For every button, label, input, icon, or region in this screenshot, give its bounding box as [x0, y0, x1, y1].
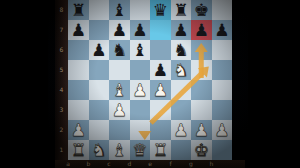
black-rook-f8[interactable]: ♜ [171, 0, 192, 20]
square-h2[interactable]: ♟ [212, 120, 233, 140]
white-bishop-c4[interactable]: ♝ [109, 80, 130, 100]
file-label-g: g [186, 161, 196, 167]
white-rook-a1[interactable]: ♜ [68, 140, 89, 160]
square-g6[interactable] [191, 40, 212, 60]
square-g2[interactable]: ♟ [191, 120, 212, 140]
file-label-f: f [166, 161, 176, 167]
rank-label-5: 5 [55, 67, 68, 73]
square-a6[interactable] [68, 40, 89, 60]
square-h4[interactable] [212, 80, 233, 100]
square-c1[interactable]: ♝ [109, 140, 130, 160]
chess-board: ♜♝♛♜♚♟♟♟♟♟♟♟♞♝♞♟♞♝♟♟♟♟♟♟♟♜♞♝♛♜♚ [68, 0, 232, 160]
white-knight-f5[interactable]: ♞ [171, 60, 192, 80]
black-pawn-d7[interactable]: ♟ [130, 20, 151, 40]
square-c6[interactable]: ♞ [109, 40, 130, 60]
square-e8[interactable]: ♛ [150, 0, 171, 20]
white-pawn-f2[interactable]: ♟ [171, 120, 192, 140]
square-f3[interactable] [171, 100, 192, 120]
square-d5[interactable] [130, 60, 151, 80]
square-e2[interactable] [150, 120, 171, 140]
black-rook-a8[interactable]: ♜ [68, 0, 89, 20]
square-c3[interactable]: ♟ [109, 100, 130, 120]
square-e3[interactable] [150, 100, 171, 120]
square-d1[interactable]: ♛ [130, 140, 151, 160]
square-g1[interactable]: ♚ [191, 140, 212, 160]
square-c2[interactable] [109, 120, 130, 140]
square-g7[interactable]: ♟ [191, 20, 212, 40]
square-b1[interactable]: ♞ [89, 140, 110, 160]
square-c5[interactable] [109, 60, 130, 80]
black-queen-e8[interactable]: ♛ [150, 0, 171, 20]
square-d8[interactable] [130, 0, 151, 20]
square-h7[interactable]: ♟ [212, 20, 233, 40]
square-e7[interactable] [150, 20, 171, 40]
square-h8[interactable] [212, 0, 233, 20]
rank-label-6: 6 [55, 47, 68, 53]
square-b3[interactable] [89, 100, 110, 120]
rank-label-3: 3 [55, 107, 68, 113]
square-h5[interactable] [212, 60, 233, 80]
rank-label-7: 7 [55, 27, 68, 33]
square-b2[interactable] [89, 120, 110, 140]
square-a7[interactable]: ♟ [68, 20, 89, 40]
square-g3[interactable] [191, 100, 212, 120]
black-king-g8[interactable]: ♚ [191, 0, 212, 20]
white-knight-b1[interactable]: ♞ [89, 140, 110, 160]
black-bishop-d6[interactable]: ♝ [130, 40, 151, 60]
square-a8[interactable]: ♜ [68, 0, 89, 20]
chess-video-frame: ♜♝♛♜♚♟♟♟♟♟♟♟♞♝♞♟♞♝♟♟♟♟♟♟♟♜♞♝♛♜♚ 87654321… [0, 0, 300, 168]
white-pawn-d4[interactable]: ♟ [130, 80, 151, 100]
square-e1[interactable]: ♜ [150, 140, 171, 160]
black-pawn-a7[interactable]: ♟ [68, 20, 89, 40]
square-h3[interactable] [212, 100, 233, 120]
square-e6[interactable] [150, 40, 171, 60]
white-king-g1[interactable]: ♚ [191, 140, 212, 160]
white-rook-e1[interactable]: ♜ [150, 140, 171, 160]
black-pawn-e5[interactable]: ♟ [150, 60, 171, 80]
square-b6[interactable]: ♟ [89, 40, 110, 60]
square-a3[interactable] [68, 100, 89, 120]
square-f4[interactable] [171, 80, 192, 100]
file-label-b: b [84, 161, 94, 167]
rank-label-8: 8 [55, 7, 68, 13]
white-bishop-c1[interactable]: ♝ [109, 140, 130, 160]
white-pawn-h2[interactable]: ♟ [212, 120, 233, 140]
square-f1[interactable] [171, 140, 192, 160]
rank-label-4: 4 [55, 87, 68, 93]
square-f5[interactable]: ♞ [171, 60, 192, 80]
black-pawn-b6[interactable]: ♟ [89, 40, 110, 60]
file-label-e: e [145, 161, 155, 167]
square-f8[interactable]: ♜ [171, 0, 192, 20]
black-knight-c6[interactable]: ♞ [109, 40, 130, 60]
black-pawn-f7[interactable]: ♟ [171, 20, 192, 40]
rank-label-2: 2 [55, 127, 68, 133]
square-b5[interactable] [89, 60, 110, 80]
square-b7[interactable] [89, 20, 110, 40]
square-g5[interactable] [191, 60, 212, 80]
black-knight-f6[interactable]: ♞ [171, 40, 192, 60]
black-pawn-h7[interactable]: ♟ [212, 20, 233, 40]
rank-label-1: 1 [55, 147, 68, 153]
square-d7[interactable]: ♟ [130, 20, 151, 40]
square-a1[interactable]: ♜ [68, 140, 89, 160]
square-b8[interactable] [89, 0, 110, 20]
square-f7[interactable]: ♟ [171, 20, 192, 40]
square-d6[interactable]: ♝ [130, 40, 151, 60]
square-f6[interactable]: ♞ [171, 40, 192, 60]
square-d3[interactable] [130, 100, 151, 120]
file-label-d: d [125, 161, 135, 167]
white-pawn-a2[interactable]: ♟ [68, 120, 89, 140]
square-c8[interactable]: ♝ [109, 0, 130, 20]
square-d2[interactable] [130, 120, 151, 140]
square-c4[interactable]: ♝ [109, 80, 130, 100]
square-b4[interactable] [89, 80, 110, 100]
file-label-a: a [63, 161, 73, 167]
square-e4[interactable]: ♟ [150, 80, 171, 100]
square-a4[interactable] [68, 80, 89, 100]
square-g4[interactable] [191, 80, 212, 100]
square-h6[interactable] [212, 40, 233, 60]
square-a2[interactable]: ♟ [68, 120, 89, 140]
white-queen-d1[interactable]: ♛ [130, 140, 151, 160]
black-bishop-c8[interactable]: ♝ [109, 0, 130, 20]
square-e5[interactable]: ♟ [150, 60, 171, 80]
square-f2[interactable]: ♟ [171, 120, 192, 140]
square-g8[interactable]: ♚ [191, 0, 212, 20]
square-d4[interactable]: ♟ [130, 80, 151, 100]
white-pawn-c3[interactable]: ♟ [109, 100, 130, 120]
black-pawn-g7[interactable]: ♟ [191, 20, 212, 40]
file-label-c: c [104, 161, 114, 167]
white-pawn-g2[interactable]: ♟ [191, 120, 212, 140]
square-c7[interactable]: ♟ [109, 20, 130, 40]
black-pawn-c7[interactable]: ♟ [109, 20, 130, 40]
file-label-h: h [207, 161, 217, 167]
square-h1[interactable] [212, 140, 233, 160]
square-a5[interactable] [68, 60, 89, 80]
white-pawn-e4[interactable]: ♟ [150, 80, 171, 100]
